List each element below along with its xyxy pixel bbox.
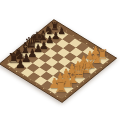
board-grid xyxy=(7,26,109,98)
chess-board xyxy=(0,19,117,103)
chess-photo-scene: ♜♞♝♛♚♝♞♜♟♟♟♟♟♟♟♟♟♟♟♟♟♟♟♟♜♞♝♛♚♝♞♜ xyxy=(0,0,120,120)
